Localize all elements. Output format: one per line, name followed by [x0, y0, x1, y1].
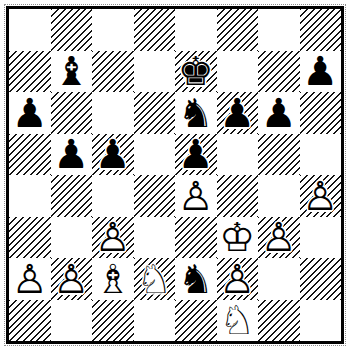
- square-a6[interactable]: ♟: [9, 92, 51, 134]
- square-e7[interactable]: ♚: [175, 51, 217, 93]
- square-h4[interactable]: ♙: [300, 175, 342, 217]
- square-f8[interactable]: [217, 9, 259, 51]
- square-e3[interactable]: [175, 217, 217, 259]
- white-knight-d2[interactable]: ♘: [136, 259, 172, 299]
- square-e6[interactable]: ♞: [175, 92, 217, 134]
- square-f3[interactable]: ♔: [217, 217, 259, 259]
- square-h2[interactable]: [300, 258, 342, 300]
- chess-board-frame: ♝♚♟♟♞♟♟♟♟♟♙♙♙♔♙♙♙♗♘♞♙♘: [6, 6, 344, 344]
- black-knight-e2[interactable]: ♞: [178, 259, 214, 299]
- black-pawn-e5[interactable]: ♟: [178, 134, 214, 174]
- square-e8[interactable]: [175, 9, 217, 51]
- black-pawn-h7[interactable]: ♟: [302, 51, 338, 91]
- square-a3[interactable]: [9, 217, 51, 259]
- square-b2[interactable]: ♙: [51, 258, 93, 300]
- square-b6[interactable]: [51, 92, 93, 134]
- square-f4[interactable]: [217, 175, 259, 217]
- square-c5[interactable]: ♟: [92, 134, 134, 176]
- square-b4[interactable]: [51, 175, 93, 217]
- square-e4[interactable]: ♙: [175, 175, 217, 217]
- white-king-f3[interactable]: ♔: [219, 217, 255, 257]
- square-g8[interactable]: [258, 9, 300, 51]
- white-knight-f1[interactable]: ♘: [219, 300, 255, 340]
- square-e5[interactable]: ♟: [175, 134, 217, 176]
- square-h5[interactable]: [300, 134, 342, 176]
- square-d6[interactable]: [134, 92, 176, 134]
- square-h8[interactable]: [300, 9, 342, 51]
- square-g4[interactable]: [258, 175, 300, 217]
- chess-board: ♝♚♟♟♞♟♟♟♟♟♙♙♙♔♙♙♙♗♘♞♙♘: [9, 9, 341, 341]
- square-c8[interactable]: [92, 9, 134, 51]
- square-f2[interactable]: ♙: [217, 258, 259, 300]
- black-pawn-a6[interactable]: ♟: [12, 93, 48, 133]
- white-bishop-c2[interactable]: ♗: [95, 259, 131, 299]
- white-pawn-b2[interactable]: ♙: [53, 259, 89, 299]
- square-d8[interactable]: [134, 9, 176, 51]
- square-c6[interactable]: [92, 92, 134, 134]
- square-c3[interactable]: ♙: [92, 217, 134, 259]
- white-pawn-e4[interactable]: ♙: [178, 176, 214, 216]
- square-d7[interactable]: [134, 51, 176, 93]
- square-c4[interactable]: [92, 175, 134, 217]
- black-pawn-c5[interactable]: ♟: [95, 134, 131, 174]
- square-h6[interactable]: [300, 92, 342, 134]
- black-pawn-g6[interactable]: ♟: [261, 93, 297, 133]
- square-a7[interactable]: [9, 51, 51, 93]
- white-pawn-a2[interactable]: ♙: [12, 259, 48, 299]
- square-f5[interactable]: [217, 134, 259, 176]
- square-f6[interactable]: ♟: [217, 92, 259, 134]
- square-b8[interactable]: [51, 9, 93, 51]
- square-d1[interactable]: [134, 300, 176, 342]
- square-c2[interactable]: ♗: [92, 258, 134, 300]
- square-g7[interactable]: [258, 51, 300, 93]
- square-g5[interactable]: [258, 134, 300, 176]
- square-d5[interactable]: [134, 134, 176, 176]
- square-h3[interactable]: [300, 217, 342, 259]
- square-g6[interactable]: ♟: [258, 92, 300, 134]
- square-h1[interactable]: [300, 300, 342, 342]
- black-pawn-b5[interactable]: ♟: [53, 134, 89, 174]
- black-king-e7[interactable]: ♚: [178, 51, 214, 91]
- black-bishop-b7[interactable]: ♝: [53, 51, 89, 91]
- square-g2[interactable]: [258, 258, 300, 300]
- square-b1[interactable]: [51, 300, 93, 342]
- square-b7[interactable]: ♝: [51, 51, 93, 93]
- square-a5[interactable]: [9, 134, 51, 176]
- square-c7[interactable]: [92, 51, 134, 93]
- white-pawn-f2[interactable]: ♙: [219, 259, 255, 299]
- square-g1[interactable]: [258, 300, 300, 342]
- square-a1[interactable]: [9, 300, 51, 342]
- square-a8[interactable]: [9, 9, 51, 51]
- square-b3[interactable]: [51, 217, 93, 259]
- square-f7[interactable]: [217, 51, 259, 93]
- chess-diagram-page: ♝♚♟♟♞♟♟♟♟♟♙♙♙♔♙♙♙♗♘♞♙♘: [0, 0, 350, 350]
- square-e1[interactable]: [175, 300, 217, 342]
- white-pawn-c3[interactable]: ♙: [95, 217, 131, 257]
- square-h7[interactable]: ♟: [300, 51, 342, 93]
- square-c1[interactable]: [92, 300, 134, 342]
- black-knight-e6[interactable]: ♞: [178, 93, 214, 133]
- square-e2[interactable]: ♞: [175, 258, 217, 300]
- square-g3[interactable]: ♙: [258, 217, 300, 259]
- square-d2[interactable]: ♘: [134, 258, 176, 300]
- square-d4[interactable]: [134, 175, 176, 217]
- black-pawn-f6[interactable]: ♟: [219, 93, 255, 133]
- square-a2[interactable]: ♙: [9, 258, 51, 300]
- white-pawn-h4[interactable]: ♙: [302, 176, 338, 216]
- square-d3[interactable]: [134, 217, 176, 259]
- square-b5[interactable]: ♟: [51, 134, 93, 176]
- white-pawn-g3[interactable]: ♙: [261, 217, 297, 257]
- square-f1[interactable]: ♘: [217, 300, 259, 342]
- square-a4[interactable]: [9, 175, 51, 217]
